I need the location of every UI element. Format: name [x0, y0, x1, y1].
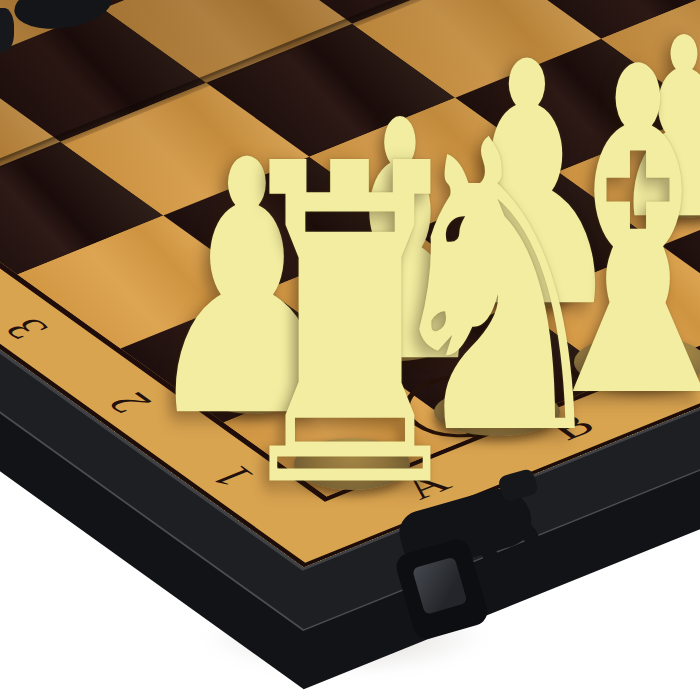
- white-rook-a1[interactable]: ♜: [222, 108, 478, 548]
- chess-set-photo: сп ABC123 ♟♟♝♟♞♟♜: [0, 0, 700, 700]
